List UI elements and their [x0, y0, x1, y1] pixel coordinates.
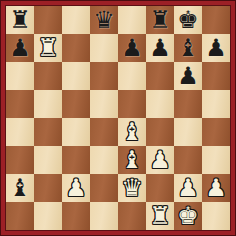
square-g5[interactable] [174, 90, 202, 118]
square-c5[interactable] [62, 90, 90, 118]
square-f7[interactable]: ♟ [146, 34, 174, 62]
piece-black-pawn: ♟ [205, 34, 227, 62]
square-f8[interactable]: ♜ [146, 6, 174, 34]
piece-black-pawn: ♟ [177, 62, 199, 90]
square-a7[interactable]: ♟ [6, 34, 34, 62]
piece-white-rook: ♜ [149, 202, 171, 230]
piece-black-pawn: ♟ [121, 34, 143, 62]
square-h1[interactable] [202, 202, 230, 230]
square-a5[interactable] [6, 90, 34, 118]
square-d7[interactable] [90, 34, 118, 62]
piece-white-pawn: ♟ [205, 174, 227, 202]
square-e6[interactable] [118, 62, 146, 90]
piece-black-rook: ♜ [9, 6, 31, 34]
square-b8[interactable] [34, 6, 62, 34]
square-c6[interactable] [62, 62, 90, 90]
board-frame: ♜♛♜♚♟♜♟♟♝♟♟♝♝♟♝♟♛♟♟♜♚ [0, 0, 236, 236]
square-d3[interactable] [90, 146, 118, 174]
square-a6[interactable] [6, 62, 34, 90]
piece-black-bishop: ♝ [9, 174, 31, 202]
square-a2[interactable]: ♝ [6, 174, 34, 202]
piece-white-pawn: ♟ [149, 146, 171, 174]
square-f2[interactable] [146, 174, 174, 202]
square-b5[interactable] [34, 90, 62, 118]
piece-white-pawn: ♟ [65, 174, 87, 202]
piece-black-king: ♚ [177, 6, 199, 34]
square-g3[interactable] [174, 146, 202, 174]
square-f4[interactable] [146, 118, 174, 146]
square-d6[interactable] [90, 62, 118, 90]
square-e2[interactable]: ♛ [118, 174, 146, 202]
square-h6[interactable] [202, 62, 230, 90]
square-d5[interactable] [90, 90, 118, 118]
square-g1[interactable]: ♚ [174, 202, 202, 230]
square-c8[interactable] [62, 6, 90, 34]
square-h7[interactable]: ♟ [202, 34, 230, 62]
square-g8[interactable]: ♚ [174, 6, 202, 34]
square-b3[interactable] [34, 146, 62, 174]
square-b6[interactable] [34, 62, 62, 90]
square-c1[interactable] [62, 202, 90, 230]
square-a1[interactable] [6, 202, 34, 230]
square-c4[interactable] [62, 118, 90, 146]
square-d1[interactable] [90, 202, 118, 230]
square-g7[interactable]: ♝ [174, 34, 202, 62]
chess-board: ♜♛♜♚♟♜♟♟♝♟♟♝♝♟♝♟♛♟♟♜♚ [6, 6, 230, 230]
square-c2[interactable]: ♟ [62, 174, 90, 202]
square-g6[interactable]: ♟ [174, 62, 202, 90]
piece-black-bishop: ♝ [177, 34, 199, 62]
square-c7[interactable] [62, 34, 90, 62]
square-a4[interactable] [6, 118, 34, 146]
square-f5[interactable] [146, 90, 174, 118]
square-d4[interactable] [90, 118, 118, 146]
square-c3[interactable] [62, 146, 90, 174]
square-h4[interactable] [202, 118, 230, 146]
square-d2[interactable] [90, 174, 118, 202]
square-b7[interactable]: ♜ [34, 34, 62, 62]
piece-black-pawn: ♟ [9, 34, 31, 62]
square-b2[interactable] [34, 174, 62, 202]
piece-white-bishop: ♝ [121, 118, 143, 146]
square-d8[interactable]: ♛ [90, 6, 118, 34]
piece-white-king: ♚ [177, 202, 199, 230]
square-h3[interactable] [202, 146, 230, 174]
piece-white-bishop: ♝ [121, 146, 143, 174]
square-e8[interactable] [118, 6, 146, 34]
square-b1[interactable] [34, 202, 62, 230]
square-h2[interactable]: ♟ [202, 174, 230, 202]
square-b4[interactable] [34, 118, 62, 146]
square-f3[interactable]: ♟ [146, 146, 174, 174]
square-e4[interactable]: ♝ [118, 118, 146, 146]
square-g2[interactable]: ♟ [174, 174, 202, 202]
piece-black-pawn: ♟ [149, 34, 171, 62]
square-g4[interactable] [174, 118, 202, 146]
square-e3[interactable]: ♝ [118, 146, 146, 174]
piece-black-rook: ♜ [149, 6, 171, 34]
square-h5[interactable] [202, 90, 230, 118]
square-e5[interactable] [118, 90, 146, 118]
square-a8[interactable]: ♜ [6, 6, 34, 34]
piece-white-pawn: ♟ [177, 174, 199, 202]
piece-white-queen: ♛ [121, 174, 143, 202]
square-e1[interactable] [118, 202, 146, 230]
piece-black-queen: ♛ [93, 6, 115, 34]
square-f6[interactable] [146, 62, 174, 90]
piece-white-rook: ♜ [37, 34, 59, 62]
square-f1[interactable]: ♜ [146, 202, 174, 230]
square-e7[interactable]: ♟ [118, 34, 146, 62]
square-a3[interactable] [6, 146, 34, 174]
square-h8[interactable] [202, 6, 230, 34]
